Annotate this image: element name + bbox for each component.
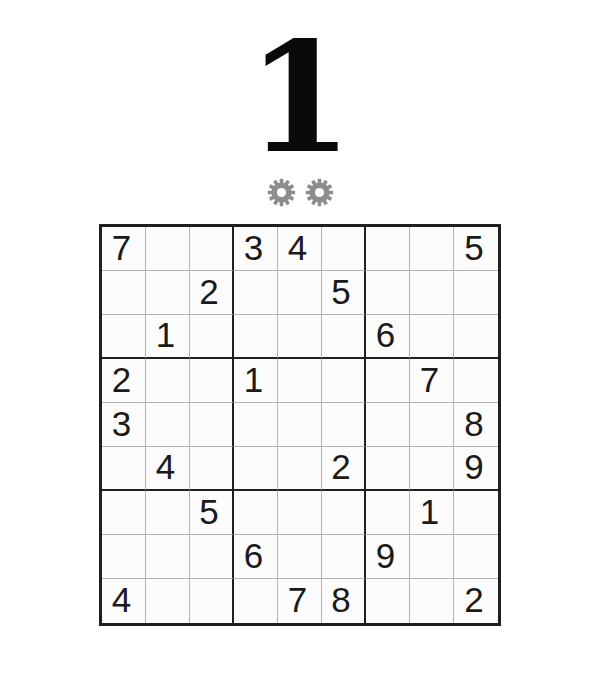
sudoku-cell-r9c1[interactable]: 4 [102, 579, 146, 623]
sudoku-cell-r3c3[interactable] [190, 315, 234, 359]
sudoku-cell-r3c9[interactable] [454, 315, 498, 359]
sudoku-cell-r4c4[interactable]: 1 [234, 359, 278, 403]
sudoku-cell-r3c7[interactable]: 6 [366, 315, 410, 359]
sudoku-board: 734525162173842951694782 [99, 224, 501, 626]
sudoku-cell-r1c6[interactable] [322, 227, 366, 271]
sudoku-cell-r2c3[interactable]: 2 [190, 271, 234, 315]
sudoku-cell-r5c2[interactable] [146, 403, 190, 447]
sudoku-cell-r2c5[interactable] [278, 271, 322, 315]
sudoku-cell-r7c1[interactable] [102, 491, 146, 535]
sudoku-cell-r8c4[interactable]: 6 [234, 535, 278, 579]
sudoku-cell-r8c2[interactable] [146, 535, 190, 579]
sudoku-cell-r4c5[interactable] [278, 359, 322, 403]
puzzle-number: 1 [247, 22, 353, 174]
sudoku-cell-r5c1[interactable]: 3 [102, 403, 146, 447]
sudoku-cell-r3c6[interactable] [322, 315, 366, 359]
sudoku-cell-r8c6[interactable] [322, 535, 366, 579]
sudoku-cell-r5c9[interactable]: 8 [454, 403, 498, 447]
gear-icon [266, 177, 297, 208]
sudoku-cell-r1c2[interactable] [146, 227, 190, 271]
sudoku-cell-r9c4[interactable] [234, 579, 278, 623]
sudoku-cell-r2c4[interactable] [234, 271, 278, 315]
sudoku-cell-r3c1[interactable] [102, 315, 146, 359]
sudoku-cell-r6c7[interactable] [366, 447, 410, 491]
sudoku-cell-r9c7[interactable] [366, 579, 410, 623]
sudoku-cell-r8c1[interactable] [102, 535, 146, 579]
sudoku-cell-r3c4[interactable] [234, 315, 278, 359]
sudoku-cell-r2c7[interactable] [366, 271, 410, 315]
sudoku-cell-r4c9[interactable] [454, 359, 498, 403]
sudoku-cell-r6c9[interactable]: 9 [454, 447, 498, 491]
sudoku-cell-r5c5[interactable] [278, 403, 322, 447]
sudoku-cell-r2c8[interactable] [410, 271, 454, 315]
sudoku-cell-r3c2[interactable]: 1 [146, 315, 190, 359]
sudoku-cell-r1c5[interactable]: 4 [278, 227, 322, 271]
sudoku-cell-r6c1[interactable] [102, 447, 146, 491]
sudoku-cell-r8c9[interactable] [454, 535, 498, 579]
sudoku-cell-r9c9[interactable]: 2 [454, 579, 498, 623]
sudoku-cell-r7c9[interactable] [454, 491, 498, 535]
gear-icon [304, 177, 335, 208]
sudoku-cell-r2c2[interactable] [146, 271, 190, 315]
sudoku-cell-r2c9[interactable] [454, 271, 498, 315]
sudoku-cell-r1c9[interactable]: 5 [454, 227, 498, 271]
sudoku-cell-r8c8[interactable] [410, 535, 454, 579]
sudoku-cell-r8c7[interactable]: 9 [366, 535, 410, 579]
sudoku-cell-r4c6[interactable] [322, 359, 366, 403]
puzzle-page: 1 [0, 0, 600, 695]
sudoku-cell-r7c5[interactable] [278, 491, 322, 535]
difficulty-rating [266, 176, 335, 208]
sudoku-cell-r5c3[interactable] [190, 403, 234, 447]
sudoku-cell-r7c2[interactable] [146, 491, 190, 535]
sudoku-cell-r1c1[interactable]: 7 [102, 227, 146, 271]
sudoku-cell-r7c4[interactable] [234, 491, 278, 535]
sudoku-cell-r6c6[interactable]: 2 [322, 447, 366, 491]
sudoku-cell-r3c8[interactable] [410, 315, 454, 359]
sudoku-cell-r6c2[interactable]: 4 [146, 447, 190, 491]
sudoku-cell-r8c3[interactable] [190, 535, 234, 579]
sudoku-cell-r4c2[interactable] [146, 359, 190, 403]
sudoku-cell-r1c3[interactable] [190, 227, 234, 271]
sudoku-cell-r5c4[interactable] [234, 403, 278, 447]
sudoku-cell-r1c7[interactable] [366, 227, 410, 271]
sudoku-cell-r7c6[interactable] [322, 491, 366, 535]
sudoku-cell-r4c1[interactable]: 2 [102, 359, 146, 403]
sudoku-cell-r5c8[interactable] [410, 403, 454, 447]
sudoku-cell-r9c5[interactable]: 7 [278, 579, 322, 623]
sudoku-cell-r8c5[interactable] [278, 535, 322, 579]
sudoku-cell-r4c8[interactable]: 7 [410, 359, 454, 403]
sudoku-cell-r1c4[interactable]: 3 [234, 227, 278, 271]
sudoku-cell-r9c8[interactable] [410, 579, 454, 623]
sudoku-cell-r9c2[interactable] [146, 579, 190, 623]
sudoku-cell-r3c5[interactable] [278, 315, 322, 359]
sudoku-cell-r9c3[interactable] [190, 579, 234, 623]
sudoku-cell-r1c8[interactable] [410, 227, 454, 271]
sudoku-cell-r9c6[interactable]: 8 [322, 579, 366, 623]
sudoku-cell-r7c8[interactable]: 1 [410, 491, 454, 535]
sudoku-cell-r5c6[interactable] [322, 403, 366, 447]
sudoku-cell-r2c1[interactable] [102, 271, 146, 315]
sudoku-cell-r6c3[interactable] [190, 447, 234, 491]
sudoku-cell-r4c3[interactable] [190, 359, 234, 403]
sudoku-cell-r7c7[interactable] [366, 491, 410, 535]
sudoku-cell-r2c6[interactable]: 5 [322, 271, 366, 315]
sudoku-cell-r5c7[interactable] [366, 403, 410, 447]
sudoku-cell-r6c8[interactable] [410, 447, 454, 491]
sudoku-cell-r6c5[interactable] [278, 447, 322, 491]
sudoku-cell-r6c4[interactable] [234, 447, 278, 491]
sudoku-cell-r7c3[interactable]: 5 [190, 491, 234, 535]
sudoku-cell-r4c7[interactable] [366, 359, 410, 403]
